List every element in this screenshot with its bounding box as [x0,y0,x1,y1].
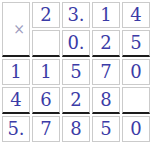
cell-r5c4: 5 [92,116,120,142]
cell-r5c1: 5. [2,116,30,142]
cell-r3c1: 1 [2,59,30,85]
cell-r4c1: 4 [2,87,30,114]
cell-r3c3: 5 [62,59,90,85]
cell-r5c3: 8 [62,116,90,142]
cell-r1c3: 3. [62,2,90,28]
cell-r4c3: 2 [62,87,90,114]
cell-r4c2: 6 [32,87,60,114]
cell-r2c3: 0. [62,30,90,57]
cell-r5c2: 7 [32,116,60,142]
multiply-operator: × [2,2,30,57]
cell-r1c5: 4 [122,2,150,28]
partial-product-row-2: 4 6 2 8 [2,87,150,114]
product-row: 5. 7 8 5 0 [2,116,150,142]
cell-r2c5: 5 [122,30,150,57]
multiplication-grid: × 2 3. 1 4 0. 2 5 1 1 5 7 0 4 6 2 8 5. 7… [0,0,152,144]
cell-r1c4: 1 [92,2,120,28]
cell-r3c5: 0 [122,59,150,85]
cell-r4c5 [122,87,150,114]
cell-r4c4: 8 [92,87,120,114]
cell-r5c5: 0 [122,116,150,142]
cell-r1c2: 2 [32,2,60,28]
partial-product-row-1: 1 1 5 7 0 [2,59,150,85]
cell-r2c2 [32,30,60,57]
cell-r2c4: 2 [92,30,120,57]
cell-r3c4: 7 [92,59,120,85]
cell-r3c2: 1 [32,59,60,85]
multiplicand-row: × 2 3. 1 4 [2,2,150,28]
